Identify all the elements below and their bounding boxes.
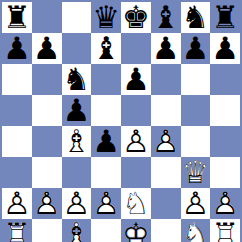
black-pawn-piece[interactable]: ♟: [211, 33, 239, 64]
white-bishop-piece[interactable]: ♝♗: [62, 126, 90, 157]
white-rook-piece[interactable]: ♜♖: [211, 219, 239, 242]
black-queen-piece[interactable]: ♛: [92, 2, 120, 33]
square-g8[interactable]: ♞: [181, 2, 211, 33]
square-a6[interactable]: [2, 64, 32, 95]
square-c6[interactable]: ♞: [62, 64, 92, 95]
square-e8[interactable]: ♚: [121, 2, 151, 33]
square-g5[interactable]: [181, 95, 211, 126]
black-bishop-piece[interactable]: ♝: [92, 33, 120, 64]
square-h3[interactable]: [210, 157, 240, 188]
white-pawn-piece[interactable]: ♟♙: [211, 188, 239, 219]
square-h2[interactable]: ♟♙: [210, 188, 240, 219]
square-f1[interactable]: [151, 219, 181, 242]
square-g6[interactable]: [181, 64, 211, 95]
square-f8[interactable]: ♝: [151, 2, 181, 33]
square-c2[interactable]: ♟♙: [62, 188, 92, 219]
white-piece-outline-glyph: ♗: [62, 126, 90, 157]
white-piece-outline-glyph: ♔: [122, 219, 150, 242]
square-g1[interactable]: ♞♘: [181, 219, 211, 242]
black-pawn-piece[interactable]: ♟: [33, 33, 61, 64]
square-c3[interactable]: [62, 157, 92, 188]
square-a8[interactable]: ♜: [2, 2, 32, 33]
white-piece-outline-glyph: ♖: [211, 219, 239, 242]
white-piece-outline-glyph: ♗: [62, 219, 90, 242]
square-h4[interactable]: [210, 126, 240, 157]
white-piece-outline-glyph: ♙: [3, 188, 31, 219]
white-queen-piece[interactable]: ♛♕: [181, 157, 209, 188]
white-pawn-piece[interactable]: ♟♙: [3, 188, 31, 219]
white-pawn-piece[interactable]: ♟♙: [92, 188, 120, 219]
white-piece-outline-glyph: ♙: [211, 188, 239, 219]
square-d2[interactable]: ♟♙: [91, 188, 121, 219]
square-a5[interactable]: [2, 95, 32, 126]
white-king-piece[interactable]: ♚♔: [122, 219, 150, 242]
square-d5[interactable]: [91, 95, 121, 126]
square-b1[interactable]: [32, 219, 62, 242]
black-pawn-piece[interactable]: ♟: [122, 64, 150, 95]
square-e7[interactable]: [121, 33, 151, 64]
square-b5[interactable]: [32, 95, 62, 126]
square-e4[interactable]: ♟♙: [121, 126, 151, 157]
square-e2[interactable]: ♞♘: [121, 188, 151, 219]
square-d8[interactable]: ♛: [91, 2, 121, 33]
white-knight-piece[interactable]: ♞♘: [181, 219, 209, 242]
white-pawn-piece[interactable]: ♟♙: [62, 188, 90, 219]
square-a2[interactable]: ♟♙: [2, 188, 32, 219]
square-g7[interactable]: ♟: [181, 33, 211, 64]
black-pawn-piece[interactable]: ♟: [152, 33, 180, 64]
white-piece-outline-glyph: ♕: [181, 157, 209, 188]
square-a4[interactable]: [2, 126, 32, 157]
square-g3[interactable]: ♛♕: [181, 157, 211, 188]
white-pawn-piece[interactable]: ♟♙: [33, 188, 61, 219]
square-c8[interactable]: [62, 2, 92, 33]
square-e5[interactable]: [121, 95, 151, 126]
square-b2[interactable]: ♟♙: [32, 188, 62, 219]
square-b6[interactable]: [32, 64, 62, 95]
white-knight-piece[interactable]: ♞♘: [122, 188, 150, 219]
square-f6[interactable]: [151, 64, 181, 95]
black-rook-piece[interactable]: ♜: [211, 2, 239, 33]
square-h1[interactable]: ♜♖: [210, 219, 240, 242]
square-c4[interactable]: ♝♗: [62, 126, 92, 157]
square-e1[interactable]: ♚♔: [121, 219, 151, 242]
black-rook-piece[interactable]: ♜: [3, 2, 31, 33]
black-pawn-piece[interactable]: ♟: [181, 33, 209, 64]
square-c1[interactable]: ♝♗: [62, 219, 92, 242]
white-bishop-piece[interactable]: ♝♗: [62, 219, 90, 242]
square-g4[interactable]: [181, 126, 211, 157]
square-e6[interactable]: ♟: [121, 64, 151, 95]
square-a3[interactable]: [2, 157, 32, 188]
square-g2[interactable]: ♟♙: [181, 188, 211, 219]
black-knight-piece[interactable]: ♞: [181, 2, 209, 33]
black-pawn-piece[interactable]: ♟: [62, 95, 90, 126]
square-h5[interactable]: [210, 95, 240, 126]
square-b7[interactable]: ♟: [32, 33, 62, 64]
white-piece-outline-glyph: ♘: [122, 188, 150, 219]
square-a1[interactable]: ♜♖: [2, 219, 32, 242]
black-bishop-piece[interactable]: ♝: [152, 2, 180, 33]
white-pawn-piece[interactable]: ♟♙: [152, 126, 180, 157]
white-piece-outline-glyph: ♙: [92, 188, 120, 219]
square-c7[interactable]: [62, 33, 92, 64]
square-d3[interactable]: [91, 157, 121, 188]
black-pawn-piece[interactable]: ♟: [3, 33, 31, 64]
black-king-piece[interactable]: ♚: [122, 2, 150, 33]
square-f5[interactable]: [151, 95, 181, 126]
square-h6[interactable]: [210, 64, 240, 95]
white-pawn-piece[interactable]: ♟♙: [181, 188, 209, 219]
square-d1[interactable]: [91, 219, 121, 242]
square-h8[interactable]: ♜: [210, 2, 240, 33]
white-piece-outline-glyph: ♖: [3, 219, 31, 242]
square-d7[interactable]: ♝: [91, 33, 121, 64]
white-piece-outline-glyph: ♙: [33, 188, 61, 219]
square-f3[interactable]: [151, 157, 181, 188]
white-piece-outline-glyph: ♙: [62, 188, 90, 219]
black-knight-piece[interactable]: ♞: [62, 64, 90, 95]
white-piece-outline-glyph: ♙: [181, 188, 209, 219]
square-e3[interactable]: [121, 157, 151, 188]
square-d6[interactable]: [91, 64, 121, 95]
square-f7[interactable]: ♟: [151, 33, 181, 64]
black-pawn-piece[interactable]: ♟: [92, 126, 120, 157]
chess-board: ♜♛♚♝♞♜♟♟♝♟♟♟♞♟♟♝♗♟♟♙♟♙♛♕♟♙♟♙♟♙♟♙♞♘♟♙♟♙♜♖…: [0, 0, 242, 242]
square-c5[interactable]: ♟: [62, 95, 92, 126]
square-h7[interactable]: ♟: [210, 33, 240, 64]
square-b3[interactable]: [32, 157, 62, 188]
square-f4[interactable]: ♟♙: [151, 126, 181, 157]
square-f2[interactable]: [151, 188, 181, 219]
white-rook-piece[interactable]: ♜♖: [3, 219, 31, 242]
white-piece-outline-glyph: ♙: [152, 126, 180, 157]
square-d4[interactable]: ♟: [91, 126, 121, 157]
white-piece-outline-glyph: ♘: [181, 219, 209, 242]
square-b4[interactable]: [32, 126, 62, 157]
square-a7[interactable]: ♟: [2, 33, 32, 64]
square-b8[interactable]: [32, 2, 62, 33]
white-piece-outline-glyph: ♙: [122, 126, 150, 157]
white-pawn-piece[interactable]: ♟♙: [122, 126, 150, 157]
